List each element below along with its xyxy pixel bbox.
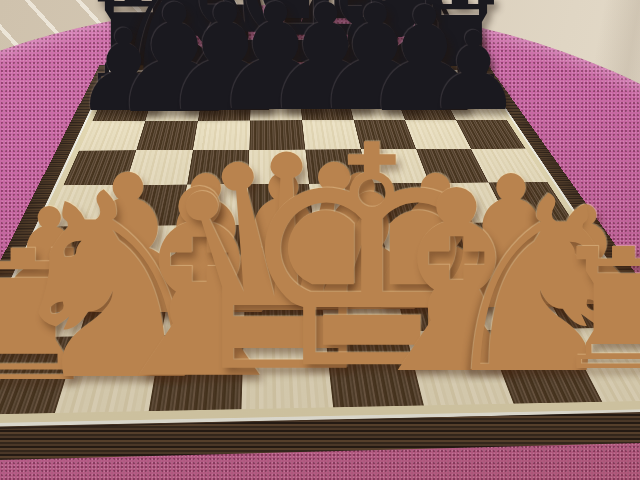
photo-scene: ♜♞♝♛♚♝♞♜♟♟♟♟♟♟♟♟♟♟♟♟♟♟♟♟♜♞♝♛♚♝♞♜ (0, 0, 640, 480)
piece-white-rook-h1[interactable]: ♜ (548, 230, 640, 389)
pieces-layer: ♜♞♝♛♚♝♞♜♟♟♟♟♟♟♟♟♟♟♟♟♟♟♟♟♜♞♝♛♚♝♞♜ (0, 0, 640, 480)
